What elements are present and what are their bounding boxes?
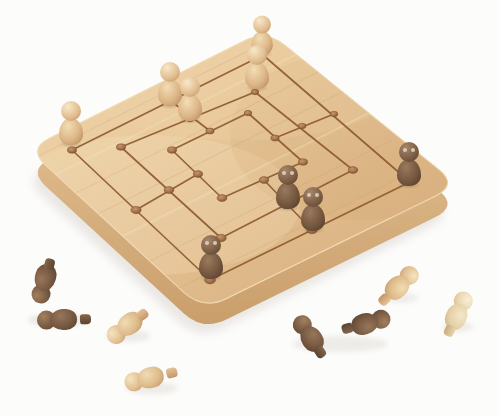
peg-dark-a1[interactable] [198,235,224,281]
peg-head [399,142,419,162]
peg-dark-g1[interactable] [396,142,422,188]
peg-head [61,101,81,121]
peg-head [253,16,271,34]
peg-body [301,204,325,231]
peg-body [276,182,300,209]
peg-body [50,309,78,331]
peg-body [59,118,83,145]
peg-body [397,159,421,186]
peg-body [178,94,202,121]
peg-dark-d2[interactable] [275,165,301,211]
peg-dark-d1[interactable] [300,187,326,233]
peg-head [278,165,298,185]
peg-tip [341,322,354,335]
product-photo-scene [0,0,500,416]
peg-head [180,77,200,97]
peg-head [247,45,267,65]
peg-head [303,187,323,207]
peg-body [199,252,223,279]
peg-light-f6[interactable] [244,45,270,91]
peg-light-a7[interactable] [58,101,84,147]
peg-head [201,235,221,255]
peg-light-d6[interactable] [177,77,203,123]
peg-tip [80,314,91,324]
peg-dark-offboard-left-horizontal[interactable] [37,308,92,332]
peg-body [245,62,269,89]
peg-tip [165,367,178,379]
